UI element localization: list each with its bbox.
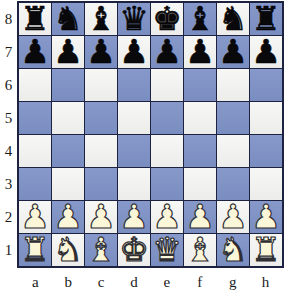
black-rook-icon: ♜ bbox=[251, 2, 281, 35]
black-rook-icon: ♜ bbox=[20, 2, 50, 35]
square-f4[interactable] bbox=[184, 135, 216, 167]
black-pawn-icon: ♟ bbox=[53, 35, 83, 68]
black-knight-icon: ♞ bbox=[53, 2, 83, 35]
square-e6[interactable] bbox=[151, 69, 183, 101]
square-b8[interactable]: ♞ bbox=[52, 3, 84, 35]
square-a5[interactable] bbox=[19, 102, 51, 134]
file-label-e: e bbox=[151, 271, 184, 291]
square-d3[interactable] bbox=[118, 168, 150, 200]
file-labels: abcdefgh bbox=[17, 268, 284, 292]
square-a2[interactable]: ♟ bbox=[19, 201, 51, 233]
file-label-d: d bbox=[118, 271, 151, 291]
square-h1[interactable]: ♜ bbox=[250, 234, 282, 266]
square-h5[interactable] bbox=[250, 102, 282, 134]
square-a7[interactable]: ♟ bbox=[19, 36, 51, 68]
square-d1[interactable]: ♚ bbox=[118, 234, 150, 266]
square-d4[interactable] bbox=[118, 135, 150, 167]
white-queen-icon: ♛ bbox=[152, 233, 182, 266]
square-c1[interactable]: ♝ bbox=[85, 234, 117, 266]
rank-label-6: 6 bbox=[0, 69, 17, 102]
square-d6[interactable] bbox=[118, 69, 150, 101]
black-king-icon: ♚ bbox=[152, 2, 182, 35]
rank-labels: 87654321 bbox=[0, 1, 17, 268]
black-pawn-icon: ♟ bbox=[251, 35, 281, 68]
square-c5[interactable] bbox=[85, 102, 117, 134]
square-a8[interactable]: ♜ bbox=[19, 3, 51, 35]
square-a4[interactable] bbox=[19, 135, 51, 167]
square-h3[interactable] bbox=[250, 168, 282, 200]
white-pawn-icon: ♟ bbox=[152, 200, 182, 233]
black-bishop-icon: ♝ bbox=[185, 2, 215, 35]
black-knight-icon: ♞ bbox=[218, 2, 248, 35]
square-g8[interactable]: ♞ bbox=[217, 3, 249, 35]
board-layout: 87654321 ♜♞♝♛♚♝♞♜♟♟♟♟♟♟♟♟♟♟♟♟♟♟♟♟♜♞♝♚♛♝♞… bbox=[0, 0, 286, 292]
square-b4[interactable] bbox=[52, 135, 84, 167]
square-d7[interactable]: ♟ bbox=[118, 36, 150, 68]
square-c2[interactable]: ♟ bbox=[85, 201, 117, 233]
white-knight-icon: ♞ bbox=[218, 233, 248, 266]
black-pawn-icon: ♟ bbox=[152, 35, 182, 68]
square-e8[interactable]: ♚ bbox=[151, 3, 183, 35]
white-pawn-icon: ♟ bbox=[218, 200, 248, 233]
rank-label-3: 3 bbox=[0, 168, 17, 201]
square-b6[interactable] bbox=[52, 69, 84, 101]
rank-label-1: 1 bbox=[0, 234, 17, 267]
square-a1[interactable]: ♜ bbox=[19, 234, 51, 266]
white-king-icon: ♚ bbox=[119, 233, 149, 266]
square-e7[interactable]: ♟ bbox=[151, 36, 183, 68]
white-bishop-icon: ♝ bbox=[86, 233, 116, 266]
square-f1[interactable]: ♝ bbox=[184, 234, 216, 266]
white-knight-icon: ♞ bbox=[53, 233, 83, 266]
square-c7[interactable]: ♟ bbox=[85, 36, 117, 68]
square-f2[interactable]: ♟ bbox=[184, 201, 216, 233]
file-label-a: a bbox=[19, 271, 52, 291]
black-bishop-icon: ♝ bbox=[86, 2, 116, 35]
square-h8[interactable]: ♜ bbox=[250, 3, 282, 35]
square-e3[interactable] bbox=[151, 168, 183, 200]
square-e1[interactable]: ♛ bbox=[151, 234, 183, 266]
square-b5[interactable] bbox=[52, 102, 84, 134]
square-b7[interactable]: ♟ bbox=[52, 36, 84, 68]
black-pawn-icon: ♟ bbox=[218, 35, 248, 68]
white-pawn-icon: ♟ bbox=[20, 200, 50, 233]
rank-label-8: 8 bbox=[0, 3, 17, 36]
file-label-c: c bbox=[85, 271, 118, 291]
white-pawn-icon: ♟ bbox=[251, 200, 281, 233]
black-pawn-icon: ♟ bbox=[119, 35, 149, 68]
square-g4[interactable] bbox=[217, 135, 249, 167]
chess-board: ♜♞♝♛♚♝♞♜♟♟♟♟♟♟♟♟♟♟♟♟♟♟♟♟♜♞♝♚♛♝♞♜ bbox=[17, 1, 284, 268]
file-label-b: b bbox=[52, 271, 85, 291]
square-f8[interactable]: ♝ bbox=[184, 3, 216, 35]
square-a6[interactable] bbox=[19, 69, 51, 101]
square-c3[interactable] bbox=[85, 168, 117, 200]
rank-label-5: 5 bbox=[0, 102, 17, 135]
square-f6[interactable] bbox=[184, 69, 216, 101]
square-g1[interactable]: ♞ bbox=[217, 234, 249, 266]
square-d5[interactable] bbox=[118, 102, 150, 134]
square-h6[interactable] bbox=[250, 69, 282, 101]
square-e5[interactable] bbox=[151, 102, 183, 134]
square-f3[interactable] bbox=[184, 168, 216, 200]
square-a3[interactable] bbox=[19, 168, 51, 200]
square-g2[interactable]: ♟ bbox=[217, 201, 249, 233]
square-c6[interactable] bbox=[85, 69, 117, 101]
square-c4[interactable] bbox=[85, 135, 117, 167]
square-b1[interactable]: ♞ bbox=[52, 234, 84, 266]
white-rook-icon: ♜ bbox=[20, 233, 50, 266]
file-label-f: f bbox=[183, 271, 216, 291]
square-h7[interactable]: ♟ bbox=[250, 36, 282, 68]
black-pawn-icon: ♟ bbox=[185, 35, 215, 68]
square-h4[interactable] bbox=[250, 135, 282, 167]
white-pawn-icon: ♟ bbox=[86, 200, 116, 233]
black-pawn-icon: ♟ bbox=[86, 35, 116, 68]
white-rook-icon: ♜ bbox=[251, 233, 281, 266]
square-c8[interactable]: ♝ bbox=[85, 3, 117, 35]
square-b2[interactable]: ♟ bbox=[52, 201, 84, 233]
square-e4[interactable] bbox=[151, 135, 183, 167]
square-g6[interactable] bbox=[217, 69, 249, 101]
square-f7[interactable]: ♟ bbox=[184, 36, 216, 68]
black-pawn-icon: ♟ bbox=[20, 35, 50, 68]
white-bishop-icon: ♝ bbox=[185, 233, 215, 266]
square-h2[interactable]: ♟ bbox=[250, 201, 282, 233]
white-pawn-icon: ♟ bbox=[119, 200, 149, 233]
square-g5[interactable] bbox=[217, 102, 249, 134]
chess-diagram: 87654321 ♜♞♝♛♚♝♞♜♟♟♟♟♟♟♟♟♟♟♟♟♟♟♟♟♜♞♝♚♛♝♞… bbox=[0, 0, 286, 292]
square-f5[interactable] bbox=[184, 102, 216, 134]
white-pawn-icon: ♟ bbox=[185, 200, 215, 233]
white-pawn-icon: ♟ bbox=[53, 200, 83, 233]
square-g3[interactable] bbox=[217, 168, 249, 200]
square-d2[interactable]: ♟ bbox=[118, 201, 150, 233]
black-queen-icon: ♛ bbox=[119, 2, 149, 35]
rank-label-2: 2 bbox=[0, 201, 17, 234]
file-label-g: g bbox=[216, 271, 249, 291]
square-g7[interactable]: ♟ bbox=[217, 36, 249, 68]
file-label-h: h bbox=[249, 271, 282, 291]
square-e2[interactable]: ♟ bbox=[151, 201, 183, 233]
rank-label-7: 7 bbox=[0, 36, 17, 69]
rank-label-4: 4 bbox=[0, 135, 17, 168]
square-d8[interactable]: ♛ bbox=[118, 3, 150, 35]
square-b3[interactable] bbox=[52, 168, 84, 200]
